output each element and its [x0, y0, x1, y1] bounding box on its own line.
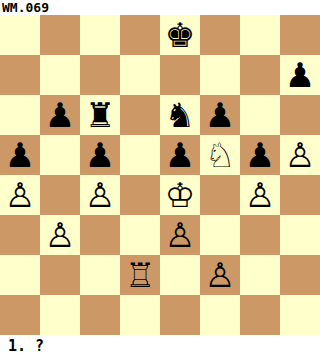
white-pawn-piece[interactable]: ♙: [85, 175, 115, 215]
board-square-g4[interactable]: ♙: [240, 175, 280, 215]
board-square-h6[interactable]: [280, 95, 320, 135]
board-square-g6[interactable]: [240, 95, 280, 135]
board-square-h3[interactable]: [280, 215, 320, 255]
black-pawn-piece[interactable]: ♟: [5, 135, 35, 175]
board-square-c7[interactable]: [80, 55, 120, 95]
board-square-d7[interactable]: [120, 55, 160, 95]
board-square-f4[interactable]: [200, 175, 240, 215]
board-square-d8[interactable]: [120, 15, 160, 55]
board-square-h5[interactable]: ♙: [280, 135, 320, 175]
board-square-c5[interactable]: ♟: [80, 135, 120, 175]
board-square-d6[interactable]: [120, 95, 160, 135]
board-square-a5[interactable]: ♟: [0, 135, 40, 175]
board-square-f3[interactable]: [200, 215, 240, 255]
chess-board: ♚♟♟♜♞♟♟♟♟♘♟♙♙♙♔♙♙♙♖♙: [0, 15, 320, 335]
white-pawn-piece[interactable]: ♙: [285, 135, 315, 175]
board-square-g1[interactable]: [240, 295, 280, 335]
board-square-b2[interactable]: [40, 255, 80, 295]
black-pawn-piece[interactable]: ♟: [205, 95, 235, 135]
board-square-g3[interactable]: [240, 215, 280, 255]
white-pawn-piece[interactable]: ♙: [5, 175, 35, 215]
white-knight-piece[interactable]: ♘: [205, 135, 235, 175]
move-prompt: 1. ?: [8, 337, 44, 355]
board-square-b6[interactable]: ♟: [40, 95, 80, 135]
black-pawn-piece[interactable]: ♟: [165, 135, 195, 175]
board-square-e3[interactable]: ♙: [160, 215, 200, 255]
board-square-b3[interactable]: ♙: [40, 215, 80, 255]
white-pawn-piece[interactable]: ♙: [45, 215, 75, 255]
board-square-d2[interactable]: ♖: [120, 255, 160, 295]
board-square-a1[interactable]: [0, 295, 40, 335]
board-square-g7[interactable]: [240, 55, 280, 95]
board-square-f7[interactable]: [200, 55, 240, 95]
board-square-h4[interactable]: [280, 175, 320, 215]
black-rook-piece[interactable]: ♜: [85, 95, 115, 135]
black-pawn-piece[interactable]: ♟: [85, 135, 115, 175]
board-square-a8[interactable]: [0, 15, 40, 55]
black-pawn-piece[interactable]: ♟: [45, 95, 75, 135]
board-square-a4[interactable]: ♙: [0, 175, 40, 215]
black-king-piece[interactable]: ♚: [165, 15, 195, 55]
board-square-a3[interactable]: [0, 215, 40, 255]
board-square-b5[interactable]: [40, 135, 80, 175]
board-square-d3[interactable]: [120, 215, 160, 255]
white-king-piece[interactable]: ♔: [165, 175, 195, 215]
white-pawn-piece[interactable]: ♙: [165, 215, 195, 255]
board-square-e4[interactable]: ♔: [160, 175, 200, 215]
white-rook-piece[interactable]: ♖: [125, 255, 155, 295]
board-square-f2[interactable]: ♙: [200, 255, 240, 295]
board-square-g8[interactable]: [240, 15, 280, 55]
board-square-f8[interactable]: [200, 15, 240, 55]
board-square-g2[interactable]: [240, 255, 280, 295]
white-pawn-piece[interactable]: ♙: [245, 175, 275, 215]
chess-puzzle-window: { "game": "chess", "window": { "title": …: [0, 0, 320, 360]
board-square-f1[interactable]: [200, 295, 240, 335]
board-square-h2[interactable]: [280, 255, 320, 295]
black-knight-piece[interactable]: ♞: [165, 95, 195, 135]
board-square-d4[interactable]: [120, 175, 160, 215]
board-square-e5[interactable]: ♟: [160, 135, 200, 175]
board-square-d5[interactable]: [120, 135, 160, 175]
board-square-h8[interactable]: [280, 15, 320, 55]
board-square-g5[interactable]: ♟: [240, 135, 280, 175]
board-square-a2[interactable]: [0, 255, 40, 295]
board-square-d1[interactable]: [120, 295, 160, 335]
board-square-c4[interactable]: ♙: [80, 175, 120, 215]
board-square-c3[interactable]: [80, 215, 120, 255]
board-square-c1[interactable]: [80, 295, 120, 335]
black-pawn-piece[interactable]: ♟: [245, 135, 275, 175]
board-square-h1[interactable]: [280, 295, 320, 335]
board-square-e2[interactable]: [160, 255, 200, 295]
board-square-e8[interactable]: ♚: [160, 15, 200, 55]
white-pawn-piece[interactable]: ♙: [205, 255, 235, 295]
board-square-c6[interactable]: ♜: [80, 95, 120, 135]
board-square-e7[interactable]: [160, 55, 200, 95]
board-square-b1[interactable]: [40, 295, 80, 335]
puzzle-title: WM.069: [2, 0, 49, 15]
board-square-c2[interactable]: [80, 255, 120, 295]
board-square-a7[interactable]: [0, 55, 40, 95]
board-square-a6[interactable]: [0, 95, 40, 135]
board-square-e1[interactable]: [160, 295, 200, 335]
black-pawn-piece[interactable]: ♟: [285, 55, 315, 95]
board-square-h7[interactable]: ♟: [280, 55, 320, 95]
board-square-f6[interactable]: ♟: [200, 95, 240, 135]
board-square-b8[interactable]: [40, 15, 80, 55]
board-square-e6[interactable]: ♞: [160, 95, 200, 135]
board-square-c8[interactable]: [80, 15, 120, 55]
board-square-f5[interactable]: ♘: [200, 135, 240, 175]
board-square-b4[interactable]: [40, 175, 80, 215]
board-square-b7[interactable]: [40, 55, 80, 95]
